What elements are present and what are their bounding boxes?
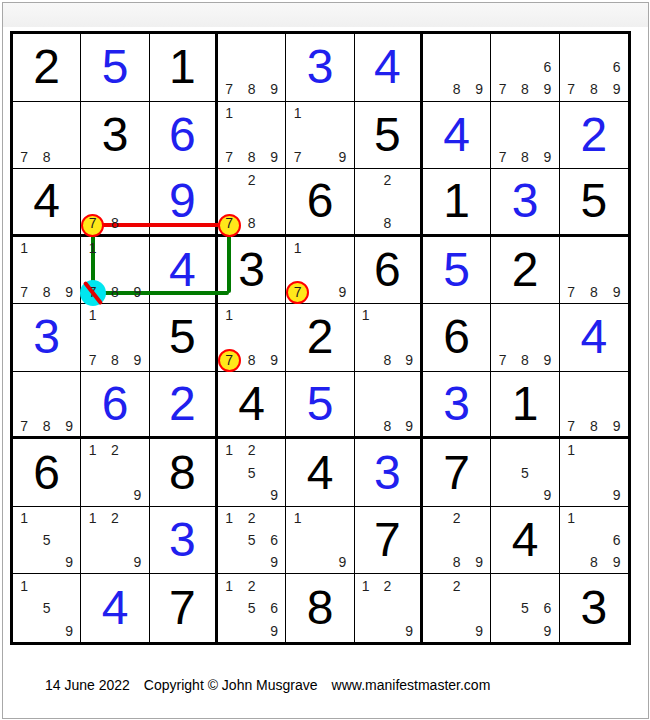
candidate-7: 7 bbox=[218, 78, 240, 100]
cell-r5c2[interactable]: 1789 bbox=[81, 304, 149, 372]
given-digit: 3 bbox=[81, 102, 148, 169]
candidate-1: 1 bbox=[218, 102, 240, 124]
given-digit: 6 bbox=[355, 237, 420, 304]
candidate-8: 8 bbox=[35, 146, 57, 168]
cell-r7c6[interactable]: 3 bbox=[355, 439, 423, 507]
solved-digit: 3 bbox=[423, 372, 490, 437]
cell-r3c5[interactable]: 6 bbox=[286, 169, 354, 237]
candidate-1: 1 bbox=[355, 574, 377, 597]
cell-r4c5[interactable]: 179 bbox=[286, 237, 354, 305]
cell-r6c9[interactable]: 789 bbox=[560, 372, 628, 440]
cell-r2c3[interactable]: 6 bbox=[150, 102, 218, 170]
candidate-1: 1 bbox=[218, 574, 240, 597]
cell-r5c7[interactable]: 6 bbox=[423, 304, 491, 372]
candidate-9: 9 bbox=[605, 415, 628, 437]
candidate-8: 8 bbox=[582, 281, 605, 303]
cell-r8c3[interactable]: 3 bbox=[150, 507, 218, 575]
given-digit: 3 bbox=[218, 237, 285, 304]
cell-r3c1[interactable]: 4 bbox=[13, 169, 81, 237]
solved-digit: 6 bbox=[150, 102, 215, 169]
candidate-9: 9 bbox=[263, 484, 285, 506]
candidate-1: 1 bbox=[81, 304, 103, 326]
candidate-9: 9 bbox=[468, 78, 490, 100]
solved-digit: 4 bbox=[423, 102, 490, 169]
candidate-9: 9 bbox=[536, 78, 558, 100]
candidate-8: 8 bbox=[514, 146, 536, 168]
candidate-8: 8 bbox=[582, 78, 605, 100]
candidate-9: 9 bbox=[263, 146, 285, 168]
candidate-9: 9 bbox=[263, 551, 285, 573]
candidate-8: 8 bbox=[445, 551, 467, 573]
candidate-9: 9 bbox=[468, 619, 490, 642]
cell-r7c7[interactable]: 7 bbox=[423, 439, 491, 507]
cell-r2c2[interactable]: 3 bbox=[81, 102, 149, 170]
candidate-1: 1 bbox=[13, 237, 35, 259]
board: 2517893489678967897836178917954789247892… bbox=[10, 31, 631, 645]
given-digit: 1 bbox=[423, 169, 490, 234]
candidate-8: 8 bbox=[104, 212, 126, 234]
cell-r5c5[interactable]: 2 bbox=[286, 304, 354, 372]
candidate-9: 9 bbox=[126, 281, 148, 303]
cell-r7c2[interactable]: 129 bbox=[81, 439, 149, 507]
candidate-7: 7 bbox=[286, 281, 308, 303]
solved-digit: 5 bbox=[81, 34, 148, 101]
given-digit: 1 bbox=[491, 372, 558, 437]
cell-r5c3[interactable]: 5 bbox=[150, 304, 218, 372]
given-digit: 2 bbox=[13, 34, 80, 101]
cell-r4c4[interactable]: 3 bbox=[218, 237, 286, 305]
candidate-6: 6 bbox=[263, 597, 285, 620]
candidate-9: 9 bbox=[58, 551, 80, 573]
cell-r8c4[interactable]: 12569 bbox=[218, 507, 286, 575]
cell-r4c3[interactable]: 4 bbox=[150, 237, 218, 305]
solved-digit: 6 bbox=[81, 372, 148, 437]
given-digit: 6 bbox=[13, 439, 80, 506]
given-digit: 1 bbox=[150, 34, 215, 101]
cell-r9c9[interactable]: 3 bbox=[560, 574, 628, 642]
candidate-2: 2 bbox=[104, 439, 126, 461]
solved-digit: 5 bbox=[423, 237, 490, 304]
given-digit: 5 bbox=[560, 169, 628, 234]
solved-digit: 4 bbox=[355, 34, 420, 101]
footer: 14 June 2022Copyright © John Musgravewww… bbox=[45, 677, 504, 693]
given-digit: 8 bbox=[286, 574, 353, 642]
candidate-9: 9 bbox=[536, 484, 558, 506]
candidate-2: 2 bbox=[240, 507, 262, 529]
solved-digit: 3 bbox=[150, 507, 215, 574]
cell-r3c9[interactable]: 5 bbox=[560, 169, 628, 237]
candidate-9: 9 bbox=[331, 146, 353, 168]
candidate-5: 5 bbox=[35, 597, 57, 620]
cell-r9c6[interactable]: 129 bbox=[355, 574, 423, 642]
cell-r3c6[interactable]: 28 bbox=[355, 169, 423, 237]
candidate-8: 8 bbox=[514, 349, 536, 371]
cell-r2c7[interactable]: 4 bbox=[423, 102, 491, 170]
cell-r8c5[interactable]: 19 bbox=[286, 507, 354, 575]
candidate-7: 7 bbox=[491, 146, 513, 168]
candidate-8: 8 bbox=[35, 281, 57, 303]
candidate-8: 8 bbox=[104, 349, 126, 371]
cell-r2c5[interactable]: 179 bbox=[286, 102, 354, 170]
candidate-1: 1 bbox=[218, 439, 240, 461]
candidate-2: 2 bbox=[240, 574, 262, 597]
footer-website: www.manifestmaster.com bbox=[332, 677, 491, 693]
candidate-8: 8 bbox=[376, 212, 398, 234]
cell-r3c2[interactable]: 78 bbox=[81, 169, 149, 237]
cell-r1c4[interactable]: 789 bbox=[218, 34, 286, 102]
solved-digit: 3 bbox=[355, 439, 420, 506]
cell-r2c4[interactable]: 1789 bbox=[218, 102, 286, 170]
candidate-8: 8 bbox=[35, 415, 57, 437]
candidate-1: 1 bbox=[81, 507, 103, 529]
cell-r6c5[interactable]: 5 bbox=[286, 372, 354, 440]
candidate-5: 5 bbox=[240, 597, 262, 620]
candidate-2: 2 bbox=[376, 169, 398, 191]
solved-digit: 2 bbox=[150, 372, 215, 437]
candidate-1: 1 bbox=[560, 439, 583, 461]
candidate-8: 8 bbox=[240, 349, 262, 371]
cell-r2c1[interactable]: 78 bbox=[13, 102, 81, 170]
candidate-9: 9 bbox=[605, 78, 628, 100]
candidate-6: 6 bbox=[263, 529, 285, 551]
candidate-8: 8 bbox=[240, 146, 262, 168]
candidate-9: 9 bbox=[126, 349, 148, 371]
cell-r9c5[interactable]: 8 bbox=[286, 574, 354, 642]
candidate-1: 1 bbox=[286, 237, 308, 259]
cell-r5c6[interactable]: 189 bbox=[355, 304, 423, 372]
candidate-9: 9 bbox=[331, 551, 353, 573]
cell-r3c4[interactable]: 278 bbox=[218, 169, 286, 237]
candidate-1: 1 bbox=[560, 507, 583, 529]
candidate-8: 8 bbox=[445, 78, 467, 100]
candidate-7: 7 bbox=[81, 281, 103, 303]
candidate-7: 7 bbox=[13, 146, 35, 168]
given-digit: 8 bbox=[150, 439, 215, 506]
candidate-7: 7 bbox=[13, 415, 35, 437]
candidate-9: 9 bbox=[126, 484, 148, 506]
candidate-5: 5 bbox=[514, 461, 536, 483]
candidate-7: 7 bbox=[560, 78, 583, 100]
cell-r1c3[interactable]: 1 bbox=[150, 34, 218, 102]
candidate-9: 9 bbox=[331, 281, 353, 303]
solved-digit: 5 bbox=[286, 372, 353, 437]
given-digit: 6 bbox=[286, 169, 353, 234]
candidate-9: 9 bbox=[263, 619, 285, 642]
candidate-7: 7 bbox=[218, 146, 240, 168]
candidate-9: 9 bbox=[536, 349, 558, 371]
cell-r8c9[interactable]: 1689 bbox=[560, 507, 628, 575]
cell-r6c3[interactable]: 2 bbox=[150, 372, 218, 440]
page: 2517893489678967897836178917954789247892… bbox=[0, 0, 650, 720]
candidate-5: 5 bbox=[35, 529, 57, 551]
cell-r2c8[interactable]: 789 bbox=[491, 102, 559, 170]
solved-digit: 3 bbox=[13, 304, 80, 371]
candidate-8: 8 bbox=[104, 281, 126, 303]
candidate-7: 7 bbox=[491, 349, 513, 371]
candidate-6: 6 bbox=[536, 597, 558, 620]
candidate-9: 9 bbox=[605, 551, 628, 573]
candidate-1: 1 bbox=[13, 507, 35, 529]
cell-r1c5[interactable]: 3 bbox=[286, 34, 354, 102]
candidate-9: 9 bbox=[605, 484, 628, 506]
cell-r7c9[interactable]: 19 bbox=[560, 439, 628, 507]
cell-r7c5[interactable]: 4 bbox=[286, 439, 354, 507]
cell-r8c2[interactable]: 129 bbox=[81, 507, 149, 575]
candidate-6: 6 bbox=[605, 56, 628, 78]
candidate-9: 9 bbox=[398, 415, 420, 437]
cell-r4c8[interactable]: 2 bbox=[491, 237, 559, 305]
cell-r2c6[interactable]: 5 bbox=[355, 102, 423, 170]
cell-r6c2[interactable]: 6 bbox=[81, 372, 149, 440]
candidate-2: 2 bbox=[104, 507, 126, 529]
cell-r4c6[interactable]: 6 bbox=[355, 237, 423, 305]
cell-r1c2[interactable]: 5 bbox=[81, 34, 149, 102]
given-digit: 4 bbox=[286, 439, 353, 506]
candidate-1: 1 bbox=[286, 507, 308, 529]
candidate-5: 5 bbox=[240, 529, 262, 551]
candidate-7: 7 bbox=[218, 349, 240, 371]
candidate-9: 9 bbox=[126, 551, 148, 573]
candidate-1: 1 bbox=[286, 102, 308, 124]
candidate-8: 8 bbox=[514, 78, 536, 100]
cell-r7c3[interactable]: 8 bbox=[150, 439, 218, 507]
solved-digit: 4 bbox=[150, 237, 215, 304]
cell-r6c7[interactable]: 3 bbox=[423, 372, 491, 440]
candidate-2: 2 bbox=[445, 574, 467, 597]
given-digit: 2 bbox=[286, 304, 353, 371]
candidate-9: 9 bbox=[536, 619, 558, 642]
cell-r5c8[interactable]: 789 bbox=[491, 304, 559, 372]
cell-r9c7[interactable]: 29 bbox=[423, 574, 491, 642]
given-digit: 4 bbox=[491, 507, 558, 574]
given-digit: 5 bbox=[150, 304, 215, 371]
candidate-1: 1 bbox=[355, 304, 377, 326]
candidate-7: 7 bbox=[218, 212, 240, 234]
candidate-9: 9 bbox=[605, 281, 628, 303]
cell-r9c2[interactable]: 4 bbox=[81, 574, 149, 642]
solved-digit: 2 bbox=[560, 102, 628, 169]
candidate-9: 9 bbox=[398, 349, 420, 371]
footer-date: 14 June 2022 bbox=[45, 677, 130, 693]
candidate-1: 1 bbox=[218, 304, 240, 326]
cell-r1c6[interactable]: 4 bbox=[355, 34, 423, 102]
cell-r3c8[interactable]: 3 bbox=[491, 169, 559, 237]
candidate-9: 9 bbox=[398, 619, 420, 642]
candidate-5: 5 bbox=[514, 597, 536, 620]
cell-r4c1[interactable]: 1789 bbox=[13, 237, 81, 305]
candidate-6: 6 bbox=[536, 56, 558, 78]
candidate-8: 8 bbox=[582, 551, 605, 573]
cell-r7c4[interactable]: 1259 bbox=[218, 439, 286, 507]
candidate-8: 8 bbox=[240, 78, 262, 100]
cell-r4c2[interactable]: 1789 bbox=[81, 237, 149, 305]
candidate-2: 2 bbox=[376, 574, 398, 597]
solved-digit: 4 bbox=[81, 574, 148, 642]
given-digit: 3 bbox=[560, 574, 628, 642]
candidate-1: 1 bbox=[13, 574, 35, 597]
cell-r6c6[interactable]: 89 bbox=[355, 372, 423, 440]
given-digit: 7 bbox=[150, 574, 215, 642]
cell-r3c3[interactable]: 9 bbox=[150, 169, 218, 237]
candidate-1: 1 bbox=[81, 439, 103, 461]
cell-r4c9[interactable]: 789 bbox=[560, 237, 628, 305]
candidate-7: 7 bbox=[81, 212, 103, 234]
cell-r7c8[interactable]: 59 bbox=[491, 439, 559, 507]
candidate-8: 8 bbox=[582, 415, 605, 437]
candidate-7: 7 bbox=[491, 78, 513, 100]
given-digit: 7 bbox=[423, 439, 490, 506]
solved-digit: 3 bbox=[286, 34, 353, 101]
candidate-7: 7 bbox=[560, 415, 583, 437]
cell-r3c7[interactable]: 1 bbox=[423, 169, 491, 237]
cell-r5c9[interactable]: 4 bbox=[560, 304, 628, 372]
candidate-8: 8 bbox=[376, 415, 398, 437]
solved-digit: 4 bbox=[560, 304, 628, 371]
candidate-7: 7 bbox=[81, 349, 103, 371]
cell-r1c1[interactable]: 2 bbox=[13, 34, 81, 102]
candidate-9: 9 bbox=[536, 146, 558, 168]
candidate-8: 8 bbox=[240, 212, 262, 234]
cell-r1c8[interactable]: 6789 bbox=[491, 34, 559, 102]
cell-r9c4[interactable]: 12569 bbox=[218, 574, 286, 642]
candidate-2: 2 bbox=[240, 169, 262, 191]
cell-r6c8[interactable]: 1 bbox=[491, 372, 559, 440]
candidate-7: 7 bbox=[560, 281, 583, 303]
cell-r1c9[interactable]: 6789 bbox=[560, 34, 628, 102]
candidate-1: 1 bbox=[218, 507, 240, 529]
cell-r8c1[interactable]: 159 bbox=[13, 507, 81, 575]
given-digit: 4 bbox=[218, 372, 285, 437]
candidate-6: 6 bbox=[605, 529, 628, 551]
candidate-2: 2 bbox=[240, 439, 262, 461]
cell-r7c1[interactable]: 6 bbox=[13, 439, 81, 507]
window-titlebar bbox=[2, 2, 648, 27]
candidate-9: 9 bbox=[58, 281, 80, 303]
solved-digit: 9 bbox=[150, 169, 215, 234]
cell-r8c7[interactable]: 289 bbox=[423, 507, 491, 575]
candidate-9: 9 bbox=[58, 619, 80, 642]
cell-r6c4[interactable]: 4 bbox=[218, 372, 286, 440]
candidate-5: 5 bbox=[240, 461, 262, 483]
candidate-8: 8 bbox=[376, 349, 398, 371]
cell-r5c1[interactable]: 3 bbox=[13, 304, 81, 372]
solved-digit: 3 bbox=[491, 169, 558, 234]
candidate-7: 7 bbox=[13, 281, 35, 303]
cell-r5c4[interactable]: 1789 bbox=[218, 304, 286, 372]
given-digit: 6 bbox=[423, 304, 490, 371]
cell-r9c1[interactable]: 159 bbox=[13, 574, 81, 642]
cell-r8c8[interactable]: 4 bbox=[491, 507, 559, 575]
given-digit: 5 bbox=[355, 102, 420, 169]
candidate-7: 7 bbox=[286, 146, 308, 168]
candidate-9: 9 bbox=[468, 551, 490, 573]
candidate-9: 9 bbox=[58, 415, 80, 437]
cell-r9c3[interactable]: 7 bbox=[150, 574, 218, 642]
given-digit: 4 bbox=[13, 169, 80, 234]
given-digit: 7 bbox=[355, 507, 420, 574]
candidate-2: 2 bbox=[445, 507, 467, 529]
candidate-1: 1 bbox=[81, 237, 103, 259]
cell-r4c7[interactable]: 5 bbox=[423, 237, 491, 305]
given-digit: 2 bbox=[491, 237, 558, 304]
cell-r9c8[interactable]: 569 bbox=[491, 574, 559, 642]
candidate-9: 9 bbox=[263, 78, 285, 100]
cell-r8c6[interactable]: 7 bbox=[355, 507, 423, 575]
footer-copyright: Copyright © John Musgrave bbox=[144, 677, 318, 693]
cell-r2c9[interactable]: 2 bbox=[560, 102, 628, 170]
cell-r1c7[interactable]: 89 bbox=[423, 34, 491, 102]
candidate-9: 9 bbox=[263, 349, 285, 371]
cell-r6c1[interactable]: 789 bbox=[13, 372, 81, 440]
